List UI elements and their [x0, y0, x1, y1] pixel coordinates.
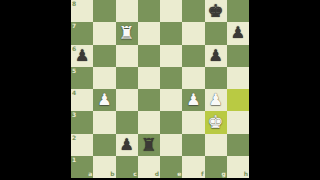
- square-c3[interactable]: [116, 111, 138, 133]
- square-d4[interactable]: [138, 89, 160, 111]
- square-h5[interactable]: [227, 67, 249, 89]
- square-c1[interactable]: c: [116, 156, 138, 178]
- square-d2[interactable]: ♜: [138, 134, 160, 156]
- rank-label-4: 4: [72, 90, 76, 96]
- file-label-g: g: [221, 171, 225, 177]
- square-a7[interactable]: 7: [71, 22, 93, 44]
- file-label-h: h: [244, 171, 248, 177]
- white-rook[interactable]: ♜: [116, 22, 138, 44]
- square-b6[interactable]: [93, 45, 115, 67]
- square-e2[interactable]: [160, 134, 182, 156]
- rank-label-5: 5: [72, 68, 76, 74]
- rank-label-2: 2: [72, 135, 76, 141]
- square-a3[interactable]: 3: [71, 111, 93, 133]
- square-d5[interactable]: [138, 67, 160, 89]
- file-label-f: f: [201, 171, 204, 177]
- square-c5[interactable]: [116, 67, 138, 89]
- square-g2[interactable]: [205, 134, 227, 156]
- square-g6[interactable]: ♟: [205, 45, 227, 67]
- square-h8[interactable]: [227, 0, 249, 22]
- black-rook[interactable]: ♜: [138, 134, 160, 156]
- square-b3[interactable]: [93, 111, 115, 133]
- square-e7[interactable]: [160, 22, 182, 44]
- square-b8[interactable]: [93, 0, 115, 22]
- square-h6[interactable]: [227, 45, 249, 67]
- rank-label-1: 1: [72, 157, 76, 163]
- file-label-d: d: [155, 171, 159, 177]
- square-a6[interactable]: 6♟: [71, 45, 93, 67]
- square-g3[interactable]: ♚: [205, 111, 227, 133]
- video-frame: 8♚7♜♟6♟♟54♟♟♟3♚2♟♜1abcdefgh: [0, 0, 320, 180]
- square-f3[interactable]: [182, 111, 204, 133]
- file-label-e: e: [177, 171, 181, 177]
- black-king[interactable]: ♚: [205, 0, 227, 22]
- square-h3[interactable]: [227, 111, 249, 133]
- black-pawn[interactable]: ♟: [227, 22, 249, 44]
- rank-label-7: 7: [72, 23, 76, 29]
- square-b7[interactable]: [93, 22, 115, 44]
- square-c6[interactable]: [116, 45, 138, 67]
- black-pawn[interactable]: ♟: [116, 134, 138, 156]
- square-g5[interactable]: [205, 67, 227, 89]
- file-label-b: b: [110, 171, 114, 177]
- square-e5[interactable]: [160, 67, 182, 89]
- square-d7[interactable]: [138, 22, 160, 44]
- square-d8[interactable]: [138, 0, 160, 22]
- square-a1[interactable]: 1a: [71, 156, 93, 178]
- square-f5[interactable]: [182, 67, 204, 89]
- square-h7[interactable]: ♟: [227, 22, 249, 44]
- black-pawn[interactable]: ♟: [71, 45, 93, 67]
- chess-board: 8♚7♜♟6♟♟54♟♟♟3♚2♟♜1abcdefgh: [71, 0, 249, 178]
- square-f4[interactable]: ♟: [182, 89, 204, 111]
- square-g8[interactable]: ♚: [205, 0, 227, 22]
- white-king[interactable]: ♚: [205, 111, 227, 133]
- square-c8[interactable]: [116, 0, 138, 22]
- square-f2[interactable]: [182, 134, 204, 156]
- square-h4[interactable]: [227, 89, 249, 111]
- square-a5[interactable]: 5: [71, 67, 93, 89]
- square-a8[interactable]: 8: [71, 0, 93, 22]
- black-pawn[interactable]: ♟: [205, 45, 227, 67]
- square-b2[interactable]: [93, 134, 115, 156]
- square-b5[interactable]: [93, 67, 115, 89]
- square-e1[interactable]: e: [160, 156, 182, 178]
- white-pawn[interactable]: ♟: [182, 89, 204, 111]
- square-b4[interactable]: ♟: [93, 89, 115, 111]
- square-g1[interactable]: g: [205, 156, 227, 178]
- square-a4[interactable]: 4: [71, 89, 93, 111]
- white-pawn[interactable]: ♟: [93, 89, 115, 111]
- square-e8[interactable]: [160, 0, 182, 22]
- square-e3[interactable]: [160, 111, 182, 133]
- square-c2[interactable]: ♟: [116, 134, 138, 156]
- square-d1[interactable]: d: [138, 156, 160, 178]
- square-f1[interactable]: f: [182, 156, 204, 178]
- square-a2[interactable]: 2: [71, 134, 93, 156]
- square-e6[interactable]: [160, 45, 182, 67]
- square-f8[interactable]: [182, 0, 204, 22]
- square-b1[interactable]: b: [93, 156, 115, 178]
- square-g4[interactable]: ♟: [205, 89, 227, 111]
- square-f7[interactable]: [182, 22, 204, 44]
- square-c7[interactable]: ♜: [116, 22, 138, 44]
- white-pawn[interactable]: ♟: [205, 89, 227, 111]
- square-d3[interactable]: [138, 111, 160, 133]
- rank-label-8: 8: [72, 1, 76, 7]
- square-c4[interactable]: [116, 89, 138, 111]
- square-g7[interactable]: [205, 22, 227, 44]
- rank-label-3: 3: [72, 112, 76, 118]
- square-h1[interactable]: h: [227, 156, 249, 178]
- square-e4[interactable]: [160, 89, 182, 111]
- square-d6[interactable]: [138, 45, 160, 67]
- square-f6[interactable]: [182, 45, 204, 67]
- file-label-c: c: [133, 171, 137, 177]
- file-label-a: a: [88, 171, 92, 177]
- square-h2[interactable]: [227, 134, 249, 156]
